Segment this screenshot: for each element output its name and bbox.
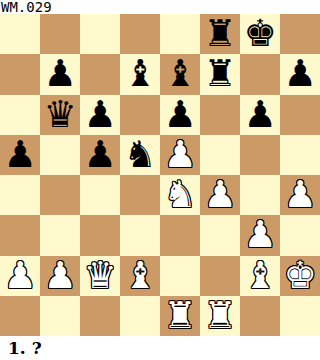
square-a8[interactable] — [0, 14, 40, 54]
black-pawn: ♟ — [243, 95, 276, 135]
square-b4[interactable] — [40, 175, 80, 215]
square-e3[interactable] — [160, 215, 200, 255]
chess-puzzle-window: WM.029 ♜♚♟♝♝♜♟♛♟♟♟♟♟♞♟♞♟♟♟♟♟♛♝♝♚♜♜ 1. ? — [0, 0, 320, 360]
square-a7[interactable] — [0, 54, 40, 94]
square-f3[interactable] — [200, 215, 240, 255]
square-g8[interactable]: ♚ — [240, 14, 280, 54]
square-b6[interactable]: ♛ — [40, 95, 80, 135]
black-pawn: ♟ — [83, 135, 116, 175]
square-d4[interactable] — [120, 175, 160, 215]
square-d5[interactable]: ♞ — [120, 135, 160, 175]
black-knight: ♞ — [123, 135, 156, 175]
square-g2[interactable]: ♝ — [240, 256, 280, 296]
square-d3[interactable] — [120, 215, 160, 255]
white-pawn: ♟ — [43, 256, 76, 296]
square-g5[interactable] — [240, 135, 280, 175]
black-rook: ♜ — [203, 54, 236, 94]
square-a3[interactable] — [0, 215, 40, 255]
move-prompt: 1. ? — [0, 337, 42, 359]
square-h4[interactable]: ♟ — [280, 175, 320, 215]
square-c6[interactable]: ♟ — [80, 95, 120, 135]
square-b2[interactable]: ♟ — [40, 256, 80, 296]
black-pawn: ♟ — [163, 95, 196, 135]
black-pawn: ♟ — [83, 95, 116, 135]
square-d7[interactable]: ♝ — [120, 54, 160, 94]
square-f1[interactable]: ♜ — [200, 296, 240, 336]
white-rook: ♜ — [203, 296, 236, 336]
square-a6[interactable] — [0, 95, 40, 135]
square-e5[interactable]: ♟ — [160, 135, 200, 175]
square-g7[interactable] — [240, 54, 280, 94]
white-queen: ♛ — [83, 256, 116, 296]
black-bishop: ♝ — [123, 54, 156, 94]
square-f2[interactable] — [200, 256, 240, 296]
square-c4[interactable] — [80, 175, 120, 215]
square-b3[interactable] — [40, 215, 80, 255]
square-e7[interactable]: ♝ — [160, 54, 200, 94]
square-f6[interactable] — [200, 95, 240, 135]
square-a2[interactable]: ♟ — [0, 256, 40, 296]
square-h1[interactable] — [280, 296, 320, 336]
square-a4[interactable] — [0, 175, 40, 215]
black-pawn: ♟ — [43, 54, 76, 94]
square-f7[interactable]: ♜ — [200, 54, 240, 94]
square-h6[interactable] — [280, 95, 320, 135]
square-d6[interactable] — [120, 95, 160, 135]
black-pawn: ♟ — [283, 54, 316, 94]
title-bar: WM.029 — [0, 0, 320, 14]
square-a1[interactable] — [0, 296, 40, 336]
square-c7[interactable] — [80, 54, 120, 94]
black-pawn: ♟ — [3, 135, 36, 175]
square-g1[interactable] — [240, 296, 280, 336]
square-e8[interactable] — [160, 14, 200, 54]
square-d2[interactable]: ♝ — [120, 256, 160, 296]
white-rook: ♜ — [163, 296, 196, 336]
square-c8[interactable] — [80, 14, 120, 54]
white-pawn: ♟ — [203, 175, 236, 215]
square-d1[interactable] — [120, 296, 160, 336]
square-h5[interactable] — [280, 135, 320, 175]
square-f5[interactable] — [200, 135, 240, 175]
white-bishop: ♝ — [243, 256, 276, 296]
square-b7[interactable]: ♟ — [40, 54, 80, 94]
square-e2[interactable] — [160, 256, 200, 296]
chess-board: ♜♚♟♝♝♜♟♛♟♟♟♟♟♞♟♞♟♟♟♟♟♛♝♝♚♜♜ — [0, 14, 320, 336]
square-b5[interactable] — [40, 135, 80, 175]
white-pawn: ♟ — [3, 256, 36, 296]
black-rook: ♜ — [203, 14, 236, 54]
white-pawn: ♟ — [283, 175, 316, 215]
square-h7[interactable]: ♟ — [280, 54, 320, 94]
square-b8[interactable] — [40, 14, 80, 54]
status-bar: 1. ? — [0, 336, 320, 360]
white-pawn: ♟ — [243, 215, 276, 255]
square-h8[interactable] — [280, 14, 320, 54]
square-g6[interactable]: ♟ — [240, 95, 280, 135]
puzzle-id: WM.029 — [0, 0, 52, 14]
square-c2[interactable]: ♛ — [80, 256, 120, 296]
square-b1[interactable] — [40, 296, 80, 336]
square-e4[interactable]: ♞ — [160, 175, 200, 215]
square-f8[interactable]: ♜ — [200, 14, 240, 54]
square-e1[interactable]: ♜ — [160, 296, 200, 336]
square-f4[interactable]: ♟ — [200, 175, 240, 215]
square-g4[interactable] — [240, 175, 280, 215]
square-g3[interactable]: ♟ — [240, 215, 280, 255]
square-c3[interactable] — [80, 215, 120, 255]
white-king: ♚ — [283, 256, 316, 296]
white-pawn: ♟ — [163, 135, 196, 175]
square-h3[interactable] — [280, 215, 320, 255]
square-d8[interactable] — [120, 14, 160, 54]
square-h2[interactable]: ♚ — [280, 256, 320, 296]
white-knight: ♞ — [163, 175, 196, 215]
black-queen: ♛ — [43, 95, 76, 135]
black-bishop: ♝ — [163, 54, 196, 94]
white-bishop: ♝ — [123, 256, 156, 296]
square-c1[interactable] — [80, 296, 120, 336]
square-a5[interactable]: ♟ — [0, 135, 40, 175]
black-king: ♚ — [243, 14, 276, 54]
square-c5[interactable]: ♟ — [80, 135, 120, 175]
square-e6[interactable]: ♟ — [160, 95, 200, 135]
